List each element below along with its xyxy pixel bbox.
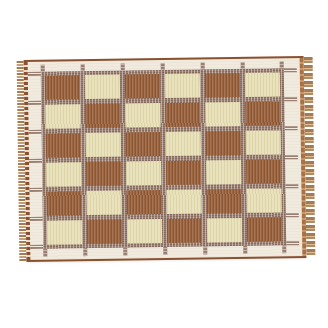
board-cell-r2c4 bbox=[165, 103, 200, 127]
board-cell-r4c2 bbox=[86, 162, 121, 186]
board-cell-r4c3 bbox=[126, 161, 161, 185]
board-cell-r4c6 bbox=[246, 159, 281, 183]
board-cell-r1c5 bbox=[205, 73, 240, 97]
board-cell-r5c6 bbox=[246, 188, 281, 212]
gridline-overshoot-right-2 bbox=[284, 97, 297, 101]
gridline-overshoot-left-2 bbox=[28, 100, 41, 104]
gridline-overshoot-top-5 bbox=[200, 62, 204, 69]
board-cell-r2c2 bbox=[85, 104, 120, 128]
board-cell-r6c2 bbox=[87, 220, 122, 244]
photo-stage bbox=[0, 0, 328, 328]
board-cell-r2c5 bbox=[205, 102, 240, 126]
board-cell-r4c1 bbox=[46, 162, 81, 186]
board-cell-r5c4 bbox=[166, 189, 201, 213]
gridline-overshoot-left-5 bbox=[29, 187, 42, 191]
board-cell-r4c5 bbox=[206, 160, 241, 184]
board-cell-r3c1 bbox=[46, 133, 81, 157]
gridline-overshoot-left-6 bbox=[30, 216, 43, 220]
board-cell-r6c5 bbox=[207, 218, 242, 242]
checkerboard bbox=[41, 68, 286, 248]
rug-body bbox=[24, 56, 307, 262]
gridline-overshoot-top-4 bbox=[160, 63, 164, 70]
board-cell-r6c3 bbox=[127, 219, 162, 243]
board-cell-r3c5 bbox=[206, 131, 241, 155]
board-cell-r5c5 bbox=[206, 189, 241, 213]
gridline-overshoot-top-2 bbox=[80, 64, 84, 71]
gridline-overshoot-right-7 bbox=[286, 241, 299, 245]
board-cell-r6c4 bbox=[167, 218, 202, 242]
gridline-overshoot-left-3 bbox=[29, 129, 42, 133]
board-cell-r5c2 bbox=[86, 191, 121, 215]
board-cell-r6c1 bbox=[47, 220, 82, 244]
board-cell-r1c2 bbox=[85, 75, 120, 99]
board-cell-r2c6 bbox=[245, 101, 280, 125]
gridline-overshoot-right-3 bbox=[285, 126, 298, 130]
board-cell-r2c3 bbox=[125, 103, 160, 127]
gridline-overshoot-bottom-1 bbox=[43, 249, 47, 257]
gridline-overshoot-top-3 bbox=[120, 64, 124, 71]
gridline-overshoot-right-6 bbox=[286, 213, 299, 217]
gridline-overshoot-right-4 bbox=[285, 155, 298, 159]
gridline-overshoot-bottom-7 bbox=[282, 245, 286, 253]
gridline-overshoot-top-6 bbox=[240, 62, 244, 69]
board-cell-r1c4 bbox=[165, 74, 200, 98]
gridline-overshoot-bottom-6 bbox=[243, 246, 247, 254]
board-cell-r4c4 bbox=[166, 160, 201, 184]
board-cell-r3c4 bbox=[166, 132, 201, 156]
gridline-overshoot-right-1 bbox=[284, 68, 297, 72]
board-cell-r5c1 bbox=[46, 191, 81, 215]
gridline-overshoot-right-5 bbox=[285, 184, 298, 188]
gridline-overshoot-bottom-2 bbox=[83, 248, 87, 256]
gridline-overshoot-bottom-5 bbox=[203, 246, 207, 254]
board-cell-r3c2 bbox=[86, 133, 121, 157]
board-cell-r3c6 bbox=[246, 130, 281, 154]
board-cell-r3c3 bbox=[126, 132, 161, 156]
gridline-overshoot-bottom-3 bbox=[123, 248, 127, 256]
board-cell-r5c3 bbox=[126, 190, 161, 214]
board-cell-r2c1 bbox=[45, 104, 80, 128]
gridline-overshoot-bottom-4 bbox=[163, 247, 167, 255]
gridline-overshoot-top-1 bbox=[41, 65, 45, 72]
board-cell-r1c1 bbox=[45, 75, 80, 99]
rug bbox=[24, 56, 307, 262]
gridline-overshoot-left-1 bbox=[28, 72, 41, 76]
gridline-overshoot-left-4 bbox=[29, 158, 42, 162]
board-cell-r1c3 bbox=[125, 74, 160, 98]
gridline-overshoot-left-7 bbox=[30, 245, 43, 249]
board-cell-r1c6 bbox=[245, 72, 280, 96]
board-cell-r6c6 bbox=[247, 217, 282, 241]
